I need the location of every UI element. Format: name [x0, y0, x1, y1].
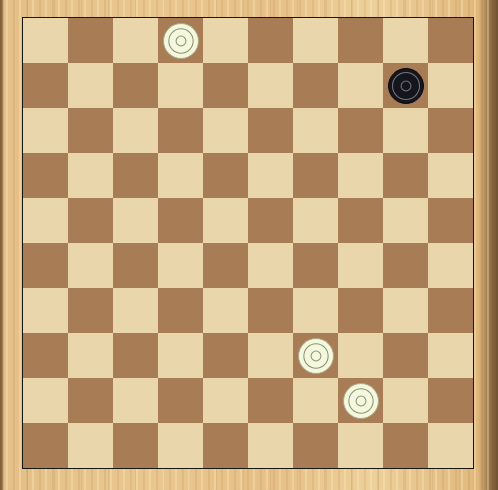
board-cell-dark[interactable]: [113, 423, 158, 468]
board-cell-dark[interactable]: [248, 108, 293, 153]
board-cell-light[interactable]: [158, 63, 203, 108]
board-cell-dark[interactable]: [428, 18, 473, 63]
board-cell-light[interactable]: [248, 63, 293, 108]
board-cell-dark[interactable]: [383, 423, 428, 468]
board-cell-light[interactable]: [248, 333, 293, 378]
board-cell-light[interactable]: [158, 333, 203, 378]
board-cell-dark[interactable]: [158, 198, 203, 243]
board-cell-light[interactable]: [113, 108, 158, 153]
board-cell-light[interactable]: [68, 63, 113, 108]
board-cell-dark[interactable]: [383, 333, 428, 378]
board-cell-dark[interactable]: [338, 198, 383, 243]
board-cell-light[interactable]: [428, 333, 473, 378]
board-cell-dark[interactable]: [248, 378, 293, 423]
board-cell-dark[interactable]: [203, 423, 248, 468]
board-cell-dark[interactable]: [113, 243, 158, 288]
board-cell-dark[interactable]: [158, 378, 203, 423]
board-cell-light[interactable]: [203, 378, 248, 423]
board-cell-light[interactable]: [113, 18, 158, 63]
board-cell-dark[interactable]: [23, 333, 68, 378]
white-checker-piece[interactable]: [297, 337, 335, 375]
board-cell-light[interactable]: [383, 288, 428, 333]
board-cell-light[interactable]: [203, 288, 248, 333]
board-cell-dark[interactable]: [23, 243, 68, 288]
board-cell-dark[interactable]: [338, 108, 383, 153]
board-cell-dark[interactable]: [248, 18, 293, 63]
board-cell-light[interactable]: [293, 198, 338, 243]
board-cell-light[interactable]: [113, 378, 158, 423]
white-checker-piece[interactable]: [342, 382, 380, 420]
board-cell-dark[interactable]: [68, 378, 113, 423]
board-cell-light[interactable]: [158, 243, 203, 288]
board-cell-light[interactable]: [203, 108, 248, 153]
board-cell-dark[interactable]: [248, 198, 293, 243]
board-cell-light[interactable]: [68, 333, 113, 378]
board-cell-light[interactable]: [338, 63, 383, 108]
board-cell-dark[interactable]: [23, 423, 68, 468]
board-cell-light[interactable]: [248, 153, 293, 198]
board-cell-dark[interactable]: [383, 243, 428, 288]
board-cell-dark[interactable]: [293, 63, 338, 108]
board-cell-dark[interactable]: [68, 18, 113, 63]
board-cell-light[interactable]: [338, 153, 383, 198]
board-cell-light[interactable]: [158, 423, 203, 468]
board-cell-dark[interactable]: [113, 153, 158, 198]
board-cell-light[interactable]: [248, 243, 293, 288]
board-cell-dark[interactable]: [158, 288, 203, 333]
board-cell-light[interactable]: [203, 198, 248, 243]
board-cell-dark[interactable]: [293, 243, 338, 288]
board-cell-dark[interactable]: [248, 288, 293, 333]
board-cell-dark[interactable]: [293, 153, 338, 198]
board-cell-light[interactable]: [293, 108, 338, 153]
board-cell-dark[interactable]: [428, 108, 473, 153]
board-cell-light[interactable]: [158, 153, 203, 198]
draughts-board: [22, 17, 474, 469]
board-cell-dark[interactable]: [113, 63, 158, 108]
board-cell-light[interactable]: [68, 423, 113, 468]
board-cell-dark[interactable]: [293, 423, 338, 468]
board-cell-light[interactable]: [293, 288, 338, 333]
board-cell-light[interactable]: [428, 243, 473, 288]
board-cell-light[interactable]: [293, 18, 338, 63]
board-cell-dark[interactable]: [158, 108, 203, 153]
board-cell-light[interactable]: [248, 423, 293, 468]
board-cell-light[interactable]: [113, 198, 158, 243]
board-cell-light[interactable]: [23, 378, 68, 423]
board-cell-dark[interactable]: [383, 153, 428, 198]
board-cell-light[interactable]: [113, 288, 158, 333]
board-cell-light[interactable]: [23, 108, 68, 153]
board-cell-dark[interactable]: [428, 378, 473, 423]
board-cell-light[interactable]: [23, 198, 68, 243]
board-cell-dark[interactable]: [23, 153, 68, 198]
board-cell-dark[interactable]: [23, 63, 68, 108]
board-cell-dark[interactable]: [203, 63, 248, 108]
board-cell-dark[interactable]: [68, 198, 113, 243]
board-cell-dark[interactable]: [428, 288, 473, 333]
board-cell-light[interactable]: [383, 18, 428, 63]
checkers-app-window: [0, 0, 498, 490]
board-cell-light[interactable]: [23, 288, 68, 333]
board-cell-light[interactable]: [428, 423, 473, 468]
board-cell-light[interactable]: [428, 153, 473, 198]
board-cell-light[interactable]: [428, 63, 473, 108]
white-checker-piece[interactable]: [162, 22, 200, 60]
board-cell-light[interactable]: [383, 378, 428, 423]
board-cell-dark[interactable]: [113, 333, 158, 378]
board-cell-light[interactable]: [338, 423, 383, 468]
board-cell-dark[interactable]: [203, 153, 248, 198]
board-cell-dark[interactable]: [68, 108, 113, 153]
board-cell-light[interactable]: [203, 18, 248, 63]
board-cell-light[interactable]: [383, 198, 428, 243]
board-cell-light[interactable]: [383, 108, 428, 153]
board-cell-light[interactable]: [338, 333, 383, 378]
board-cell-light[interactable]: [68, 243, 113, 288]
board-cell-light[interactable]: [68, 153, 113, 198]
board-cell-dark[interactable]: [338, 18, 383, 63]
board-cell-dark[interactable]: [338, 288, 383, 333]
board-cell-light[interactable]: [293, 378, 338, 423]
board-cell-dark[interactable]: [428, 198, 473, 243]
board-cell-light[interactable]: [23, 18, 68, 63]
black-checker-piece[interactable]: [387, 67, 425, 105]
board-cell-dark[interactable]: [203, 333, 248, 378]
board-cell-dark[interactable]: [68, 288, 113, 333]
board-cell-dark[interactable]: [203, 243, 248, 288]
board-cell-light[interactable]: [338, 243, 383, 288]
